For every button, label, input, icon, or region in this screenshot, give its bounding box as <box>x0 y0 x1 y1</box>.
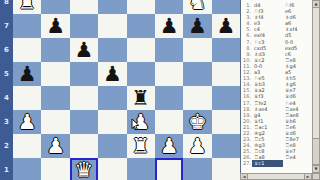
square-e4[interactable]: ♜ <box>127 86 155 110</box>
rank-label-3: 3 <box>0 110 13 134</box>
piece-white-N-g8[interactable]: ♞ <box>183 0 211 14</box>
square-b6[interactable] <box>41 38 69 62</box>
horizontal-scrollbar[interactable] <box>240 173 312 180</box>
rank-label-6: 6 <box>0 38 13 62</box>
square-b7[interactable]: ♟ <box>41 14 69 38</box>
square-b4[interactable] <box>41 86 69 110</box>
rank-label-1: 1 <box>0 158 13 180</box>
piece-black-P-h7[interactable]: ♟ <box>212 14 240 38</box>
piece-black-P-c6[interactable]: ♟ <box>70 38 98 62</box>
square-a6[interactable] <box>13 38 41 62</box>
square-g2[interactable]: ♟ <box>183 134 211 158</box>
scrollbar-corner <box>312 173 320 180</box>
piece-white-P-f2[interactable]: ♟ <box>155 134 183 158</box>
rank-label-4: 4 <box>0 86 13 110</box>
piece-black-P-b7[interactable]: ♟ <box>41 14 69 38</box>
mouse-cursor-icon <box>131 116 140 128</box>
square-c2[interactable] <box>70 134 98 158</box>
square-c3[interactable] <box>70 110 98 134</box>
move-row-27: 27.♕c1 <box>242 160 313 166</box>
square-g4[interactable] <box>183 86 211 110</box>
square-a8[interactable]: ♜ <box>13 0 41 14</box>
chess-board[interactable]: ♜♞♟♟♟♟♟♟♟♜♟♟♚♟♜♟♟♛ <box>13 0 240 180</box>
square-b3[interactable] <box>41 110 69 134</box>
piece-white-Q-c1[interactable]: ♛ <box>70 158 98 180</box>
square-h3[interactable] <box>212 110 240 134</box>
square-d1[interactable] <box>98 158 126 180</box>
rank-label-5: 5 <box>0 62 13 86</box>
move-white[interactable]: ♕c1 <box>252 160 283 166</box>
rank-label-8: 8 <box>0 0 13 14</box>
square-a7[interactable] <box>13 14 41 38</box>
square-e2[interactable]: ♜ <box>127 134 155 158</box>
square-a3[interactable]: ♟ <box>13 110 41 134</box>
square-f3[interactable] <box>155 110 183 134</box>
scroll-down-icon[interactable]: ▼ <box>312 165 320 173</box>
move-list-panel: 1.d4♘f62.♘f3e63.♗f4♗d64.e3a65.c4♗xf46.ex… <box>240 0 320 180</box>
square-c1[interactable]: ♛ <box>70 158 98 180</box>
square-e8[interactable] <box>127 0 155 14</box>
square-f1[interactable] <box>155 158 183 180</box>
square-f7[interactable]: ♟ <box>155 14 183 38</box>
square-e1[interactable] <box>127 158 155 180</box>
square-f2[interactable]: ♟ <box>155 134 183 158</box>
square-c6[interactable]: ♟ <box>70 38 98 62</box>
piece-white-P-a3[interactable]: ♟ <box>13 110 41 134</box>
rank-labels: 87654321 <box>0 0 13 180</box>
piece-black-P-g7[interactable]: ♟ <box>183 14 211 38</box>
square-a4[interactable] <box>13 86 41 110</box>
square-e7[interactable] <box>127 14 155 38</box>
square-d5[interactable]: ♟ <box>98 62 126 86</box>
square-a1[interactable] <box>13 158 41 180</box>
square-b5[interactable] <box>41 62 69 86</box>
square-f4[interactable] <box>155 86 183 110</box>
square-h1[interactable] <box>212 158 240 180</box>
square-c5[interactable] <box>70 62 98 86</box>
piece-white-P-g2[interactable]: ♟ <box>183 134 211 158</box>
square-h4[interactable] <box>212 86 240 110</box>
square-h2[interactable] <box>212 134 240 158</box>
scroll-right-icon[interactable]: ► <box>304 173 312 180</box>
square-d2[interactable] <box>98 134 126 158</box>
piece-black-P-f7[interactable]: ♟ <box>155 14 183 38</box>
square-c4[interactable] <box>70 86 98 110</box>
piece-black-R-e4[interactable]: ♜ <box>127 86 155 110</box>
square-g1[interactable] <box>183 158 211 180</box>
square-a2[interactable] <box>13 134 41 158</box>
square-d4[interactable] <box>98 86 126 110</box>
piece-black-P-a5[interactable]: ♟ <box>13 62 41 86</box>
vertical-scroll-thumb[interactable] <box>312 138 320 165</box>
square-g3[interactable]: ♚ <box>183 110 211 134</box>
square-h6[interactable] <box>212 38 240 62</box>
piece-white-R-a8[interactable]: ♜ <box>13 0 41 14</box>
square-e6[interactable] <box>127 38 155 62</box>
rank-label-7: 7 <box>0 14 13 38</box>
square-g5[interactable] <box>183 62 211 86</box>
move-black[interactable] <box>283 160 313 166</box>
piece-white-R-e2[interactable]: ♜ <box>127 134 155 158</box>
square-g7[interactable]: ♟ <box>183 14 211 38</box>
square-e5[interactable] <box>127 62 155 86</box>
square-h7[interactable]: ♟ <box>212 14 240 38</box>
piece-black-P-d5[interactable]: ♟ <box>98 62 126 86</box>
app-window: 87654321 ♜♞♟♟♟♟♟♟♟♜♟♟♚♟♜♟♟♛ 1.d4♘f62.♘f3… <box>0 0 320 180</box>
square-g8[interactable]: ♞ <box>183 0 211 14</box>
square-d8[interactable] <box>98 0 126 14</box>
square-b2[interactable]: ♟ <box>41 134 69 158</box>
rank-label-2: 2 <box>0 134 13 158</box>
square-h5[interactable] <box>212 62 240 86</box>
scroll-up-icon[interactable]: ▲ <box>312 0 320 8</box>
square-d6[interactable] <box>98 38 126 62</box>
square-g6[interactable] <box>183 38 211 62</box>
square-d7[interactable] <box>98 14 126 38</box>
piece-white-P-b2[interactable]: ♟ <box>41 134 69 158</box>
scroll-left-icon[interactable]: ◄ <box>240 173 248 180</box>
square-h8[interactable] <box>212 0 240 14</box>
square-c7[interactable] <box>70 14 98 38</box>
square-f6[interactable] <box>155 38 183 62</box>
square-d3[interactable] <box>98 110 126 134</box>
piece-white-K-g3[interactable]: ♚ <box>183 110 211 134</box>
square-a5[interactable]: ♟ <box>13 62 41 86</box>
square-b1[interactable] <box>41 158 69 180</box>
move-number: 27. <box>242 160 252 166</box>
square-c8[interactable] <box>70 0 98 14</box>
move-list[interactable]: 1.d4♘f62.♘f3e63.♗f4♗d64.e3a65.c4♗xf46.ex… <box>242 2 313 168</box>
chess-board-area: 87654321 ♜♞♟♟♟♟♟♟♟♜♟♟♚♟♜♟♟♛ <box>0 0 240 180</box>
square-f5[interactable] <box>155 62 183 86</box>
square-b8[interactable] <box>41 0 69 14</box>
square-f8[interactable] <box>155 0 183 14</box>
